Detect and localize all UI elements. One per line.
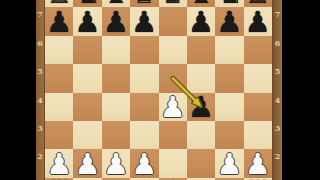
square-h7[interactable]: ♟ bbox=[244, 7, 272, 35]
rank-label-right-8: 8 bbox=[273, 0, 282, 7]
rank-label-right-5: 5 bbox=[273, 64, 282, 92]
black-king-e8[interactable]: ♚ bbox=[160, 0, 186, 6]
rank-label-left-7: 7 bbox=[36, 7, 44, 35]
black-pawn-g7[interactable]: ♟ bbox=[216, 10, 242, 35]
square-g1[interactable]: ♞ bbox=[215, 178, 243, 180]
square-d1[interactable]: ♛ bbox=[130, 178, 158, 180]
square-c5[interactable] bbox=[102, 64, 130, 92]
square-a5[interactable] bbox=[45, 64, 73, 92]
black-pawn-c7[interactable]: ♟ bbox=[103, 10, 129, 35]
rank-coordinates-left: 87654321 bbox=[36, 0, 44, 180]
rank-coordinates-right: 87654321 bbox=[273, 0, 282, 180]
square-h6[interactable] bbox=[244, 36, 272, 64]
rank-label-left-1: 1 bbox=[36, 178, 44, 180]
square-f1[interactable]: ♝ bbox=[187, 178, 215, 180]
square-b5[interactable] bbox=[73, 64, 101, 92]
rank-label-right-3: 3 bbox=[273, 121, 282, 149]
square-e2[interactable] bbox=[159, 149, 187, 177]
square-a7[interactable]: ♟ bbox=[45, 7, 73, 35]
white-pawn-d2[interactable]: ♟ bbox=[131, 152, 157, 177]
square-h5[interactable] bbox=[244, 64, 272, 92]
square-a3[interactable] bbox=[45, 121, 73, 149]
white-pawn-c2[interactable]: ♟ bbox=[103, 152, 129, 177]
square-b4[interactable] bbox=[73, 93, 101, 121]
white-pawn-e4[interactable]: ♟ bbox=[160, 95, 186, 120]
square-d5[interactable] bbox=[130, 64, 158, 92]
square-e7[interactable] bbox=[159, 7, 187, 35]
square-b1[interactable]: ♞ bbox=[73, 178, 101, 180]
square-b2[interactable]: ♟ bbox=[73, 149, 101, 177]
rank-label-right-4: 4 bbox=[273, 93, 282, 121]
black-pawn-f7[interactable]: ♟ bbox=[188, 10, 214, 35]
square-e4[interactable]: ♟ bbox=[159, 93, 187, 121]
square-f4[interactable]: ♟ bbox=[187, 93, 215, 121]
rank-label-left-6: 6 bbox=[36, 36, 44, 64]
square-a1[interactable]: ♜ bbox=[45, 178, 73, 180]
rank-label-left-2: 2 bbox=[36, 149, 44, 177]
square-c6[interactable] bbox=[102, 36, 130, 64]
black-pawn-d7[interactable]: ♟ bbox=[131, 10, 157, 35]
square-a4[interactable] bbox=[45, 93, 73, 121]
square-h2[interactable]: ♟ bbox=[244, 149, 272, 177]
square-c4[interactable] bbox=[102, 93, 130, 121]
square-f3[interactable] bbox=[187, 121, 215, 149]
square-b3[interactable] bbox=[73, 121, 101, 149]
square-e5[interactable] bbox=[159, 64, 187, 92]
square-d6[interactable] bbox=[130, 36, 158, 64]
white-pawn-a2[interactable]: ♟ bbox=[46, 152, 72, 177]
black-pawn-f4[interactable]: ♟ bbox=[188, 95, 214, 120]
square-f7[interactable]: ♟ bbox=[187, 7, 215, 35]
black-pawn-b7[interactable]: ♟ bbox=[75, 10, 101, 35]
rank-label-left-4: 4 bbox=[36, 93, 44, 121]
square-g5[interactable] bbox=[215, 64, 243, 92]
white-pawn-g2[interactable]: ♟ bbox=[216, 152, 242, 177]
chess-board: 87654321 ♜♞♝♛♚♝♞♜♟♟♟♟♟♟♟♟♟♟♟♟♟♟♟♜♞♝♛♚♝♞♜… bbox=[36, 0, 282, 180]
square-a6[interactable] bbox=[45, 36, 73, 64]
square-b7[interactable]: ♟ bbox=[73, 7, 101, 35]
rank-label-right-7: 7 bbox=[273, 7, 282, 35]
square-e6[interactable] bbox=[159, 36, 187, 64]
chess-app-frame: 87654321 ♜♞♝♛♚♝♞♜♟♟♟♟♟♟♟♟♟♟♟♟♟♟♟♜♞♝♛♚♝♞♜… bbox=[0, 0, 320, 180]
square-h3[interactable] bbox=[244, 121, 272, 149]
square-d4[interactable] bbox=[130, 93, 158, 121]
black-pawn-h7[interactable]: ♟ bbox=[245, 10, 271, 35]
rank-label-right-2: 2 bbox=[273, 149, 282, 177]
rank-label-right-6: 6 bbox=[273, 36, 282, 64]
square-c1[interactable]: ♝ bbox=[102, 178, 130, 180]
board-grid: ♜♞♝♛♚♝♞♜♟♟♟♟♟♟♟♟♟♟♟♟♟♟♟♜♞♝♛♚♝♞♜ bbox=[44, 0, 273, 180]
square-h1[interactable]: ♜ bbox=[244, 178, 272, 180]
square-g2[interactable]: ♟ bbox=[215, 149, 243, 177]
square-g4[interactable] bbox=[215, 93, 243, 121]
square-g3[interactable] bbox=[215, 121, 243, 149]
square-d3[interactable] bbox=[130, 121, 158, 149]
square-h4[interactable] bbox=[244, 93, 272, 121]
square-c2[interactable]: ♟ bbox=[102, 149, 130, 177]
square-a2[interactable]: ♟ bbox=[45, 149, 73, 177]
rank-label-right-1: 1 bbox=[273, 178, 282, 180]
board-squares-area: ♜♞♝♛♚♝♞♜♟♟♟♟♟♟♟♟♟♟♟♟♟♟♟♜♞♝♛♚♝♞♜ bbox=[44, 0, 273, 180]
rank-label-left-3: 3 bbox=[36, 121, 44, 149]
square-d2[interactable]: ♟ bbox=[130, 149, 158, 177]
rank-label-left-8: 8 bbox=[36, 0, 44, 7]
square-d7[interactable]: ♟ bbox=[130, 7, 158, 35]
square-f2[interactable] bbox=[187, 149, 215, 177]
square-g6[interactable] bbox=[215, 36, 243, 64]
square-c3[interactable] bbox=[102, 121, 130, 149]
square-e8[interactable]: ♚ bbox=[159, 0, 187, 7]
black-pawn-a7[interactable]: ♟ bbox=[46, 10, 72, 35]
rank-label-left-5: 5 bbox=[36, 64, 44, 92]
square-f6[interactable] bbox=[187, 36, 215, 64]
square-g7[interactable]: ♟ bbox=[215, 7, 243, 35]
square-e1[interactable]: ♚ bbox=[159, 178, 187, 180]
white-pawn-b2[interactable]: ♟ bbox=[75, 152, 101, 177]
square-c7[interactable]: ♟ bbox=[102, 7, 130, 35]
square-e3[interactable] bbox=[159, 121, 187, 149]
square-f5[interactable] bbox=[187, 64, 215, 92]
white-pawn-h2[interactable]: ♟ bbox=[245, 152, 271, 177]
square-b6[interactable] bbox=[73, 36, 101, 64]
